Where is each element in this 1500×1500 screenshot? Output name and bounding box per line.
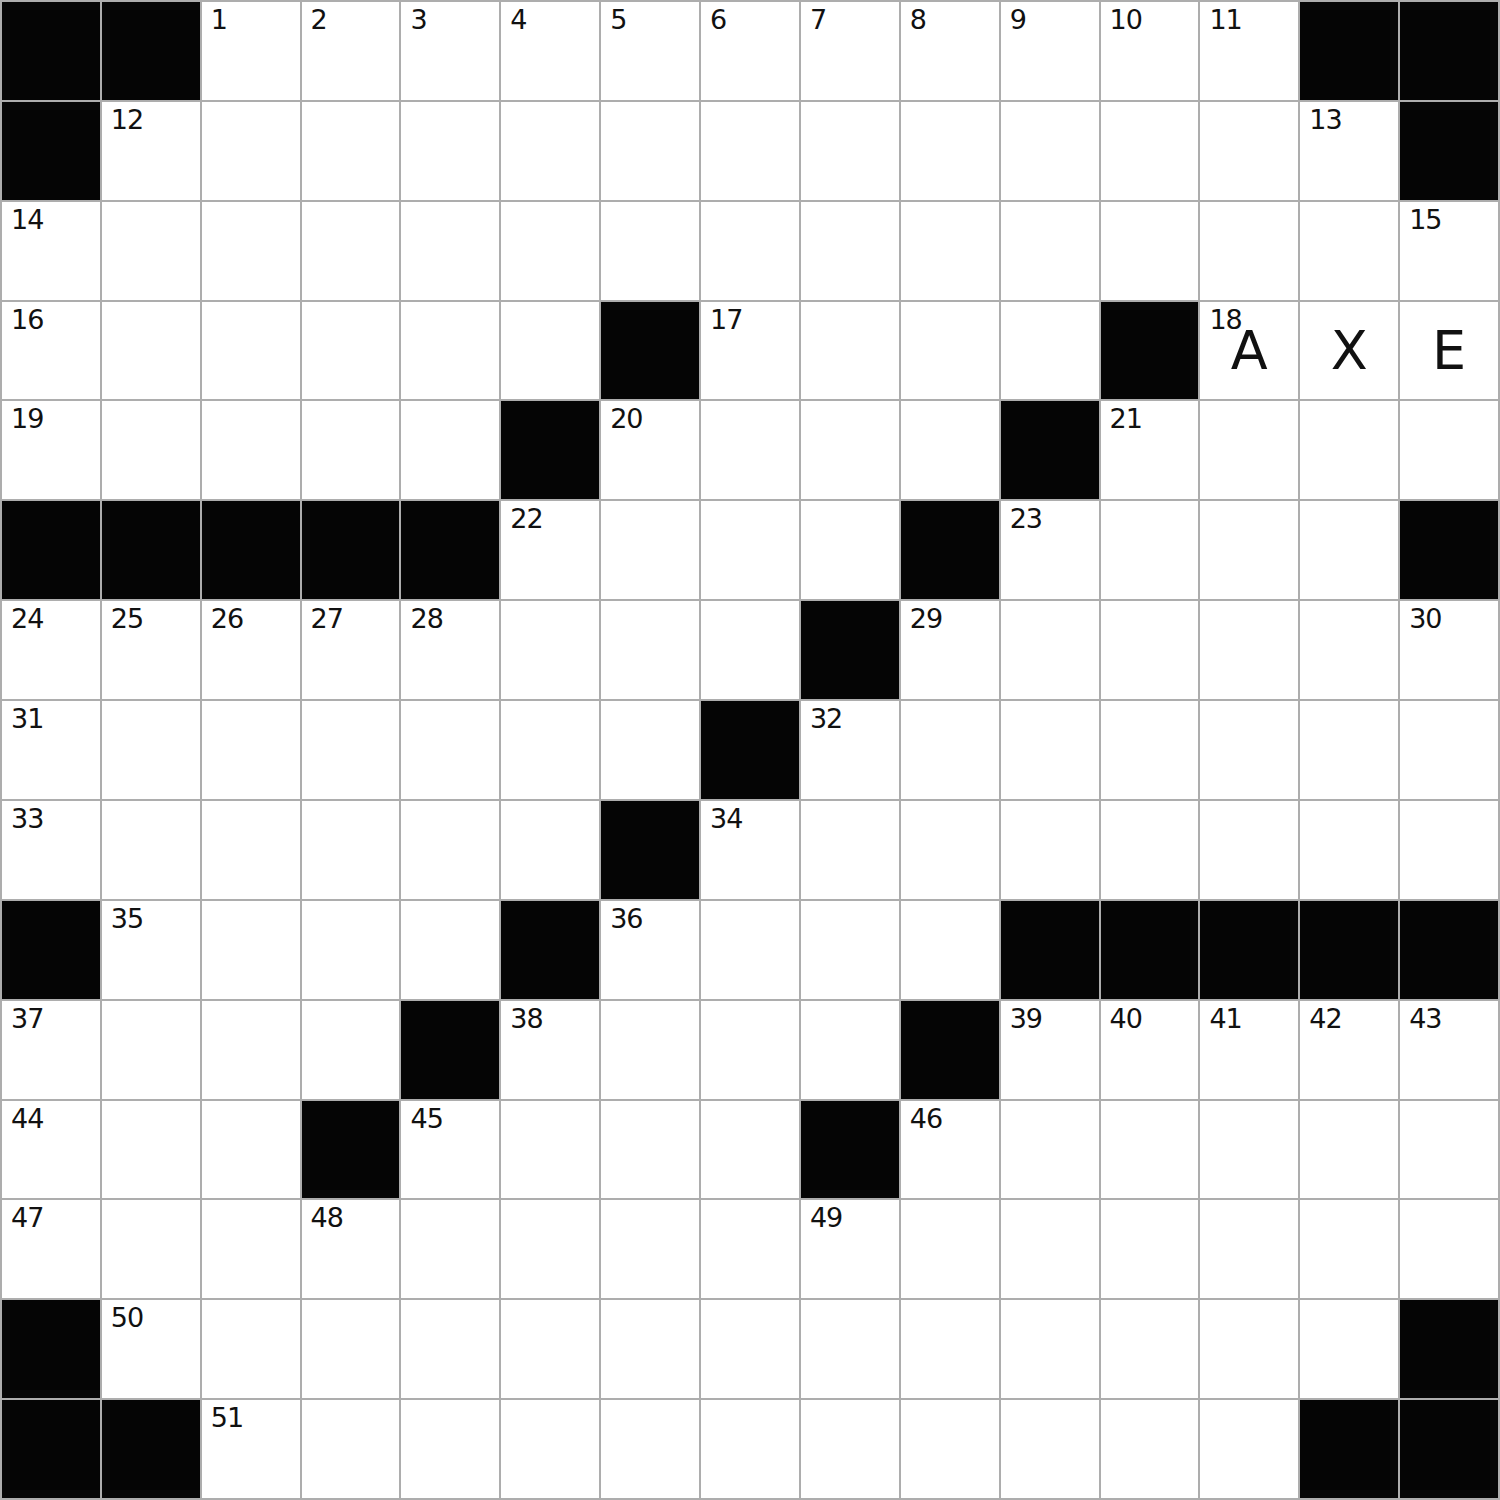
- white-cell-r8c8[interactable]: [801, 801, 899, 899]
- white-cell-r7c9[interactable]: [901, 701, 999, 799]
- black-cell-r9c0: [2, 901, 100, 999]
- white-cell-r2c3[interactable]: [302, 202, 400, 300]
- white-cell-r13c8[interactable]: [801, 1300, 899, 1398]
- black-cell-r10c9: [901, 1001, 999, 1099]
- clue-number: 20: [610, 403, 642, 435]
- white-cell-r5c13[interactable]: [1300, 501, 1398, 599]
- clue-number: 39: [1010, 1003, 1042, 1035]
- white-cell-r8c3[interactable]: [302, 801, 400, 899]
- white-cell-r5c7[interactable]: [701, 501, 799, 599]
- black-cell-r5c0: [2, 501, 100, 599]
- white-cell-r1c4[interactable]: [401, 102, 499, 200]
- white-cell-r7c11[interactable]: [1101, 701, 1199, 799]
- black-cell-r5c4: [401, 501, 499, 599]
- white-cell-r9c2[interactable]: [202, 901, 300, 999]
- clue-number: 45: [410, 1103, 442, 1135]
- white-cell-r11c0[interactable]: 44: [2, 1101, 100, 1199]
- white-cell-r2c10[interactable]: [1001, 202, 1099, 300]
- clue-number: 10: [1110, 4, 1142, 36]
- clue-number: 41: [1209, 1003, 1241, 1035]
- white-cell-r8c11[interactable]: [1101, 801, 1199, 899]
- white-cell-r4c13[interactable]: [1300, 401, 1398, 499]
- white-cell-r7c1[interactable]: [102, 701, 200, 799]
- clue-number: 23: [1010, 503, 1042, 535]
- white-cell-r8c4[interactable]: [401, 801, 499, 899]
- white-cell-r4c12[interactable]: [1200, 401, 1298, 499]
- white-cell-r0c11[interactable]: 10: [1101, 2, 1199, 100]
- white-cell-r14c9[interactable]: [901, 1400, 999, 1498]
- clue-number: 40: [1110, 1003, 1142, 1035]
- black-cell-r11c3: [302, 1101, 400, 1199]
- white-cell-r0c9[interactable]: 8: [901, 2, 999, 100]
- clue-number: 19: [11, 403, 43, 435]
- white-cell-r6c12[interactable]: [1200, 601, 1298, 699]
- white-cell-r11c2[interactable]: [202, 1101, 300, 1199]
- white-cell-r6c9[interactable]: 29: [901, 601, 999, 699]
- clue-number: 31: [11, 703, 43, 735]
- white-cell-r14c5[interactable]: [501, 1400, 599, 1498]
- white-cell-r14c10[interactable]: [1001, 1400, 1099, 1498]
- white-cell-r1c1[interactable]: 12: [102, 102, 200, 200]
- white-cell-r10c6[interactable]: [601, 1001, 699, 1099]
- white-cell-r2c9[interactable]: [901, 202, 999, 300]
- black-cell-r10c4: [401, 1001, 499, 1099]
- white-cell-r5c8[interactable]: [801, 501, 899, 599]
- white-cell-r1c12[interactable]: [1200, 102, 1298, 200]
- white-cell-r11c14[interactable]: [1400, 1101, 1498, 1199]
- white-cell-r11c13[interactable]: [1300, 1101, 1398, 1199]
- white-cell-r12c5[interactable]: [501, 1200, 599, 1298]
- cell-letter: X: [1331, 324, 1368, 378]
- white-cell-r12c7[interactable]: [701, 1200, 799, 1298]
- clue-number: 49: [810, 1202, 842, 1234]
- white-cell-r14c6[interactable]: [601, 1400, 699, 1498]
- white-cell-r11c11[interactable]: [1101, 1101, 1199, 1199]
- clue-number: 17: [710, 304, 742, 336]
- white-cell-r11c4[interactable]: 45: [401, 1101, 499, 1199]
- clue-number: 1: [211, 4, 227, 36]
- white-cell-r12c11[interactable]: [1101, 1200, 1199, 1298]
- white-cell-r11c6[interactable]: [601, 1101, 699, 1199]
- white-cell-r10c2[interactable]: [202, 1001, 300, 1099]
- white-cell-r5c11[interactable]: [1101, 501, 1199, 599]
- clue-number: 35: [111, 903, 143, 935]
- white-cell-r2c12[interactable]: [1200, 202, 1298, 300]
- white-cell-r0c4[interactable]: 3: [401, 2, 499, 100]
- clue-number: 3: [410, 4, 426, 36]
- white-cell-r7c14[interactable]: [1400, 701, 1498, 799]
- white-cell-r4c14[interactable]: [1400, 401, 1498, 499]
- white-cell-r0c5[interactable]: 4: [501, 2, 599, 100]
- white-cell-r9c4[interactable]: [401, 901, 499, 999]
- white-cell-r3c13[interactable]: X: [1300, 302, 1398, 400]
- white-cell-r7c8[interactable]: 32: [801, 701, 899, 799]
- black-cell-r14c14: [1400, 1400, 1498, 1498]
- white-cell-r10c13[interactable]: 42: [1300, 1001, 1398, 1099]
- clue-number: 2: [311, 4, 327, 36]
- white-cell-r8c5[interactable]: [501, 801, 599, 899]
- clue-number: 16: [11, 304, 43, 336]
- white-cell-r11c5[interactable]: [501, 1101, 599, 1199]
- white-cell-r11c9[interactable]: 46: [901, 1101, 999, 1199]
- black-cell-r6c8: [801, 601, 899, 699]
- clue-number: 7: [810, 4, 826, 36]
- white-cell-r13c13[interactable]: [1300, 1300, 1398, 1398]
- white-cell-r2c0[interactable]: 14: [2, 202, 100, 300]
- white-cell-r12c6[interactable]: [601, 1200, 699, 1298]
- clue-number: 26: [211, 603, 243, 635]
- black-cell-r5c1: [102, 501, 200, 599]
- white-cell-r10c11[interactable]: 40: [1101, 1001, 1199, 1099]
- white-cell-r6c10[interactable]: [1001, 601, 1099, 699]
- white-cell-r2c13[interactable]: [1300, 202, 1398, 300]
- black-cell-r13c14: [1400, 1300, 1498, 1398]
- black-cell-r14c0: [2, 1400, 100, 1498]
- white-cell-r0c7[interactable]: 6: [701, 2, 799, 100]
- white-cell-r3c2[interactable]: [202, 302, 300, 400]
- white-cell-r3c7[interactable]: 17: [701, 302, 799, 400]
- white-cell-r5c6[interactable]: [601, 501, 699, 599]
- black-cell-r8c6: [601, 801, 699, 899]
- white-cell-r8c12[interactable]: [1200, 801, 1298, 899]
- clue-number: 6: [710, 4, 726, 36]
- white-cell-r6c14[interactable]: 30: [1400, 601, 1498, 699]
- clue-number: 14: [11, 204, 43, 236]
- white-cell-r8c1[interactable]: [102, 801, 200, 899]
- white-cell-r2c7[interactable]: [701, 202, 799, 300]
- clue-number: 34: [710, 803, 742, 835]
- white-cell-r6c3[interactable]: 27: [302, 601, 400, 699]
- clue-number: 46: [910, 1103, 942, 1135]
- clue-number: 25: [111, 603, 143, 635]
- white-cell-r12c9[interactable]: [901, 1200, 999, 1298]
- white-cell-r3c12[interactable]: 18A: [1200, 302, 1298, 400]
- clue-number: 36: [610, 903, 642, 935]
- white-cell-r1c13[interactable]: 13: [1300, 102, 1398, 200]
- white-cell-r3c4[interactable]: [401, 302, 499, 400]
- white-cell-r6c6[interactable]: [601, 601, 699, 699]
- black-cell-r9c13: [1300, 901, 1398, 999]
- white-cell-r1c3[interactable]: [302, 102, 400, 200]
- white-cell-r3c14[interactable]: E: [1400, 302, 1498, 400]
- white-cell-r10c12[interactable]: 41: [1200, 1001, 1298, 1099]
- clue-number: 18: [1209, 304, 1241, 336]
- white-cell-r7c0[interactable]: 31: [2, 701, 100, 799]
- white-cell-r0c6[interactable]: 5: [601, 2, 699, 100]
- clue-number: 43: [1409, 1003, 1441, 1035]
- white-cell-r2c14[interactable]: 15: [1400, 202, 1498, 300]
- white-cell-r11c1[interactable]: [102, 1101, 200, 1199]
- black-cell-r5c2: [202, 501, 300, 599]
- white-cell-r3c1[interactable]: [102, 302, 200, 400]
- white-cell-r2c4[interactable]: [401, 202, 499, 300]
- white-cell-r8c2[interactable]: [202, 801, 300, 899]
- white-cell-r6c4[interactable]: 28: [401, 601, 499, 699]
- white-cell-r12c2[interactable]: [202, 1200, 300, 1298]
- white-cell-r12c8[interactable]: 49: [801, 1200, 899, 1298]
- white-cell-r4c4[interactable]: [401, 401, 499, 499]
- cell-letter: E: [1432, 324, 1466, 378]
- white-cell-r13c11[interactable]: [1101, 1300, 1199, 1398]
- black-cell-r5c9: [901, 501, 999, 599]
- white-cell-r4c11[interactable]: 21: [1101, 401, 1199, 499]
- white-cell-r0c10[interactable]: 9: [1001, 2, 1099, 100]
- white-cell-r2c8[interactable]: [801, 202, 899, 300]
- black-cell-r9c5: [501, 901, 599, 999]
- white-cell-r10c14[interactable]: 43: [1400, 1001, 1498, 1099]
- white-cell-r13c2[interactable]: [202, 1300, 300, 1398]
- clue-number: 21: [1110, 403, 1142, 435]
- white-cell-r5c5[interactable]: 22: [501, 501, 599, 599]
- white-cell-r4c8[interactable]: [801, 401, 899, 499]
- white-cell-r3c3[interactable]: [302, 302, 400, 400]
- white-cell-r14c12[interactable]: [1200, 1400, 1298, 1498]
- white-cell-r10c8[interactable]: [801, 1001, 899, 1099]
- white-cell-r12c1[interactable]: [102, 1200, 200, 1298]
- white-cell-r12c3[interactable]: 48: [302, 1200, 400, 1298]
- white-cell-r3c5[interactable]: [501, 302, 599, 400]
- white-cell-r9c6[interactable]: 36: [601, 901, 699, 999]
- white-cell-r7c10[interactable]: [1001, 701, 1099, 799]
- white-cell-r12c0[interactable]: 47: [2, 1200, 100, 1298]
- clue-number: 4: [510, 4, 526, 36]
- white-cell-r7c6[interactable]: [601, 701, 699, 799]
- clue-number: 33: [11, 803, 43, 835]
- white-cell-r8c13[interactable]: [1300, 801, 1398, 899]
- white-cell-r9c9[interactable]: [901, 901, 999, 999]
- white-cell-r9c8[interactable]: [801, 901, 899, 999]
- clue-number: 51: [211, 1402, 243, 1434]
- black-cell-r3c6: [601, 302, 699, 400]
- clue-number: 28: [410, 603, 442, 635]
- white-cell-r2c1[interactable]: [102, 202, 200, 300]
- white-cell-r7c3[interactable]: [302, 701, 400, 799]
- white-cell-r11c7[interactable]: [701, 1101, 799, 1199]
- white-cell-r11c12[interactable]: [1200, 1101, 1298, 1199]
- white-cell-r12c14[interactable]: [1400, 1200, 1498, 1298]
- white-cell-r2c2[interactable]: [202, 202, 300, 300]
- white-cell-r4c3[interactable]: [302, 401, 400, 499]
- white-cell-r10c7[interactable]: [701, 1001, 799, 1099]
- black-cell-r1c0: [2, 102, 100, 200]
- white-cell-r10c3[interactable]: [302, 1001, 400, 1099]
- white-cell-r10c1[interactable]: [102, 1001, 200, 1099]
- white-cell-r0c12[interactable]: 11: [1200, 2, 1298, 100]
- white-cell-r13c4[interactable]: [401, 1300, 499, 1398]
- white-cell-r13c7[interactable]: [701, 1300, 799, 1398]
- black-cell-r0c0: [2, 2, 100, 100]
- white-cell-r11c10[interactable]: [1001, 1101, 1099, 1199]
- black-cell-r11c8: [801, 1101, 899, 1199]
- white-cell-r3c10[interactable]: [1001, 302, 1099, 400]
- white-cell-r6c11[interactable]: [1101, 601, 1199, 699]
- clue-number: 42: [1309, 1003, 1341, 1035]
- white-cell-r5c12[interactable]: [1200, 501, 1298, 599]
- white-cell-r10c10[interactable]: 39: [1001, 1001, 1099, 1099]
- white-cell-r13c3[interactable]: [302, 1300, 400, 1398]
- white-cell-r6c2[interactable]: 26: [202, 601, 300, 699]
- white-cell-r2c5[interactable]: [501, 202, 599, 300]
- white-cell-r12c12[interactable]: [1200, 1200, 1298, 1298]
- white-cell-r0c2[interactable]: 1: [202, 2, 300, 100]
- white-cell-r1c9[interactable]: [901, 102, 999, 200]
- white-cell-r1c2[interactable]: [202, 102, 300, 200]
- white-cell-r10c5[interactable]: 38: [501, 1001, 599, 1099]
- white-cell-r8c10[interactable]: [1001, 801, 1099, 899]
- white-cell-r14c3[interactable]: [302, 1400, 400, 1498]
- clue-number: 32: [810, 703, 842, 735]
- clue-number: 24: [11, 603, 43, 635]
- black-cell-r5c3: [302, 501, 400, 599]
- clue-number: 8: [910, 4, 926, 36]
- black-cell-r0c14: [1400, 2, 1498, 100]
- white-cell-r6c0[interactable]: 24: [2, 601, 100, 699]
- white-cell-r6c5[interactable]: [501, 601, 599, 699]
- clue-number: 5: [610, 4, 626, 36]
- white-cell-r1c10[interactable]: [1001, 102, 1099, 200]
- white-cell-r4c1[interactable]: [102, 401, 200, 499]
- clue-number: 22: [510, 503, 542, 535]
- white-cell-r14c4[interactable]: [401, 1400, 499, 1498]
- clue-number: 47: [11, 1202, 43, 1234]
- black-cell-r14c1: [102, 1400, 200, 1498]
- clue-number: 13: [1309, 104, 1341, 136]
- black-cell-r9c12: [1200, 901, 1298, 999]
- white-cell-r13c10[interactable]: [1001, 1300, 1099, 1398]
- white-cell-r5c10[interactable]: 23: [1001, 501, 1099, 599]
- white-cell-r6c7[interactable]: [701, 601, 799, 699]
- white-cell-r3c8[interactable]: [801, 302, 899, 400]
- white-cell-r13c6[interactable]: [601, 1300, 699, 1398]
- white-cell-r14c2[interactable]: 51: [202, 1400, 300, 1498]
- white-cell-r7c4[interactable]: [401, 701, 499, 799]
- white-cell-r12c4[interactable]: [401, 1200, 499, 1298]
- black-cell-r0c13: [1300, 2, 1398, 100]
- black-cell-r4c5: [501, 401, 599, 499]
- white-cell-r4c6[interactable]: 20: [601, 401, 699, 499]
- white-cell-r8c7[interactable]: 34: [701, 801, 799, 899]
- white-cell-r6c1[interactable]: 25: [102, 601, 200, 699]
- white-cell-r7c5[interactable]: [501, 701, 599, 799]
- black-cell-r3c11: [1101, 302, 1199, 400]
- white-cell-r4c2[interactable]: [202, 401, 300, 499]
- clue-number: 38: [510, 1003, 542, 1035]
- white-cell-r14c8[interactable]: [801, 1400, 899, 1498]
- white-cell-r9c7[interactable]: [701, 901, 799, 999]
- white-cell-r1c6[interactable]: [601, 102, 699, 200]
- white-cell-r4c9[interactable]: [901, 401, 999, 499]
- clue-number: 50: [111, 1302, 143, 1334]
- white-cell-r2c11[interactable]: [1101, 202, 1199, 300]
- white-cell-r7c12[interactable]: [1200, 701, 1298, 799]
- clue-number: 11: [1209, 4, 1241, 36]
- clue-number: 30: [1409, 603, 1441, 635]
- clue-number: 9: [1010, 4, 1026, 36]
- black-cell-r4c10: [1001, 401, 1099, 499]
- clue-number: 44: [11, 1103, 43, 1135]
- black-cell-r9c14: [1400, 901, 1498, 999]
- clue-number: 37: [11, 1003, 43, 1035]
- black-cell-r0c1: [102, 2, 200, 100]
- black-cell-r5c14: [1400, 501, 1498, 599]
- white-cell-r0c8[interactable]: 7: [801, 2, 899, 100]
- black-cell-r1c14: [1400, 102, 1498, 200]
- white-cell-r13c5[interactable]: [501, 1300, 599, 1398]
- black-cell-r13c0: [2, 1300, 100, 1398]
- white-cell-r6c13[interactable]: [1300, 601, 1398, 699]
- white-cell-r9c3[interactable]: [302, 901, 400, 999]
- clue-number: 12: [111, 104, 143, 136]
- white-cell-r8c14[interactable]: [1400, 801, 1498, 899]
- white-cell-r1c5[interactable]: [501, 102, 599, 200]
- white-cell-r13c12[interactable]: [1200, 1300, 1298, 1398]
- white-cell-r8c9[interactable]: [901, 801, 999, 899]
- clue-number: 29: [910, 603, 942, 635]
- white-cell-r4c7[interactable]: [701, 401, 799, 499]
- black-cell-r9c10: [1001, 901, 1099, 999]
- white-cell-r9c1[interactable]: 35: [102, 901, 200, 999]
- white-cell-r14c7[interactable]: [701, 1400, 799, 1498]
- white-cell-r4c0[interactable]: 19: [2, 401, 100, 499]
- white-cell-r2c6[interactable]: [601, 202, 699, 300]
- black-cell-r7c7: [701, 701, 799, 799]
- clue-number: 48: [311, 1202, 343, 1234]
- white-cell-r3c9[interactable]: [901, 302, 999, 400]
- white-cell-r7c13[interactable]: [1300, 701, 1398, 799]
- white-cell-r1c11[interactable]: [1101, 102, 1199, 200]
- white-cell-r1c8[interactable]: [801, 102, 899, 200]
- white-cell-r0c3[interactable]: 2: [302, 2, 400, 100]
- clue-number: 15: [1409, 204, 1441, 236]
- clue-number: 27: [311, 603, 343, 635]
- black-cell-r14c13: [1300, 1400, 1398, 1498]
- white-cell-r13c1[interactable]: 50: [102, 1300, 200, 1398]
- white-cell-r10c0[interactable]: 37: [2, 1001, 100, 1099]
- white-cell-r14c11[interactable]: [1101, 1400, 1199, 1498]
- white-cell-r12c13[interactable]: [1300, 1200, 1398, 1298]
- white-cell-r1c7[interactable]: [701, 102, 799, 200]
- black-cell-r9c11: [1101, 901, 1199, 999]
- white-cell-r3c0[interactable]: 16: [2, 302, 100, 400]
- white-cell-r7c2[interactable]: [202, 701, 300, 799]
- white-cell-r12c10[interactable]: [1001, 1200, 1099, 1298]
- white-cell-r8c0[interactable]: 33: [2, 801, 100, 899]
- crossword-board: 123456789101112131415161718AXE1920212223…: [0, 0, 1500, 1500]
- white-cell-r13c9[interactable]: [901, 1300, 999, 1398]
